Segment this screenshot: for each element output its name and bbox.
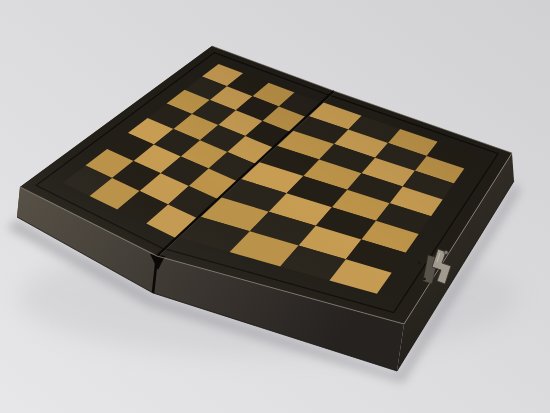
latch-knob [444,250,448,254]
latch-screw [418,262,421,265]
folding-chessboard-photo [0,0,550,413]
photo-scene [0,0,550,413]
latch-screw [423,278,426,281]
